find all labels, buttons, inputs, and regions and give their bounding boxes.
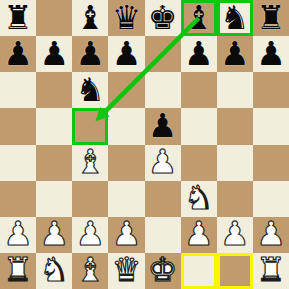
square-h2[interactable]: ♟ <box>253 217 289 253</box>
square-h6[interactable] <box>253 72 289 108</box>
square-g6[interactable] <box>217 72 253 108</box>
black-knight-piece[interactable]: ♞ <box>217 0 253 36</box>
square-f8[interactable]: ♝ <box>181 0 217 36</box>
white-bishop-piece[interactable]: ♝ <box>72 253 108 289</box>
square-g4[interactable] <box>217 145 253 181</box>
white-knight-piece[interactable]: ♞ <box>181 181 217 217</box>
square-h4[interactable] <box>253 145 289 181</box>
square-a1[interactable]: ♜ <box>0 253 36 289</box>
black-knight-piece[interactable]: ♞ <box>72 72 108 108</box>
black-pawn-piece[interactable]: ♟ <box>36 36 72 72</box>
black-pawn-piece[interactable]: ♟ <box>145 108 181 144</box>
square-f4[interactable] <box>181 145 217 181</box>
black-pawn-piece[interactable]: ♟ <box>72 36 108 72</box>
square-c1[interactable]: ♝ <box>72 253 108 289</box>
white-bishop-piece[interactable]: ♝ <box>72 145 108 181</box>
board-squares: ♜♝♛♚♝♞♜♟♟♟♟♟♟♟♞♟♝♟♞♟♟♟♟♟♟♟♜♞♝♛♚♜ <box>0 0 289 289</box>
square-d6[interactable] <box>108 72 144 108</box>
square-g5[interactable] <box>217 108 253 144</box>
black-queen-piece[interactable]: ♛ <box>108 0 144 36</box>
square-b3[interactable] <box>36 181 72 217</box>
black-bishop-piece[interactable]: ♝ <box>72 0 108 36</box>
chess-board: ♜♝♛♚♝♞♜♟♟♟♟♟♟♟♞♟♝♟♞♟♟♟♟♟♟♟♜♞♝♛♚♜ <box>0 0 289 289</box>
square-d2[interactable]: ♟ <box>108 217 144 253</box>
square-f5[interactable] <box>181 108 217 144</box>
square-a7[interactable]: ♟ <box>0 36 36 72</box>
square-e3[interactable] <box>145 181 181 217</box>
square-c7[interactable]: ♟ <box>72 36 108 72</box>
square-b7[interactable]: ♟ <box>36 36 72 72</box>
square-e1[interactable]: ♚ <box>145 253 181 289</box>
square-d1[interactable]: ♛ <box>108 253 144 289</box>
square-g8[interactable]: ♞ <box>217 0 253 36</box>
square-a6[interactable] <box>0 72 36 108</box>
square-a8[interactable]: ♜ <box>0 0 36 36</box>
black-king-piece[interactable]: ♚ <box>145 0 181 36</box>
square-a5[interactable] <box>0 108 36 144</box>
square-a3[interactable] <box>0 181 36 217</box>
white-pawn-piece[interactable]: ♟ <box>217 217 253 253</box>
square-b6[interactable] <box>36 72 72 108</box>
square-f2[interactable]: ♟ <box>181 217 217 253</box>
white-king-piece[interactable]: ♚ <box>145 253 181 289</box>
square-d8[interactable]: ♛ <box>108 0 144 36</box>
square-h7[interactable]: ♟ <box>253 36 289 72</box>
square-c6[interactable]: ♞ <box>72 72 108 108</box>
square-b4[interactable] <box>36 145 72 181</box>
square-d3[interactable] <box>108 181 144 217</box>
white-pawn-piece[interactable]: ♟ <box>0 217 36 253</box>
white-pawn-piece[interactable]: ♟ <box>145 145 181 181</box>
white-pawn-piece[interactable]: ♟ <box>108 217 144 253</box>
square-d5[interactable] <box>108 108 144 144</box>
square-e8[interactable]: ♚ <box>145 0 181 36</box>
square-b2[interactable]: ♟ <box>36 217 72 253</box>
white-pawn-piece[interactable]: ♟ <box>72 217 108 253</box>
square-f6[interactable] <box>181 72 217 108</box>
square-d4[interactable] <box>108 145 144 181</box>
square-a2[interactable]: ♟ <box>0 217 36 253</box>
white-rook-piece[interactable]: ♜ <box>253 253 289 289</box>
black-rook-piece[interactable]: ♜ <box>253 0 289 36</box>
white-queen-piece[interactable]: ♛ <box>108 253 144 289</box>
black-pawn-piece[interactable]: ♟ <box>181 36 217 72</box>
black-pawn-piece[interactable]: ♟ <box>253 36 289 72</box>
square-g3[interactable] <box>217 181 253 217</box>
square-e7[interactable] <box>145 36 181 72</box>
square-h5[interactable] <box>253 108 289 144</box>
white-pawn-piece[interactable]: ♟ <box>253 217 289 253</box>
square-b8[interactable] <box>36 0 72 36</box>
black-rook-piece[interactable]: ♜ <box>0 0 36 36</box>
square-b1[interactable]: ♞ <box>36 253 72 289</box>
square-c8[interactable]: ♝ <box>72 0 108 36</box>
black-bishop-piece[interactable]: ♝ <box>181 0 217 36</box>
square-f3[interactable]: ♞ <box>181 181 217 217</box>
square-d7[interactable]: ♟ <box>108 36 144 72</box>
square-g7[interactable]: ♟ <box>217 36 253 72</box>
square-e5[interactable]: ♟ <box>145 108 181 144</box>
square-g2[interactable]: ♟ <box>217 217 253 253</box>
white-rook-piece[interactable]: ♜ <box>0 253 36 289</box>
square-f1[interactable] <box>181 253 217 289</box>
white-knight-piece[interactable]: ♞ <box>36 253 72 289</box>
square-h1[interactable]: ♜ <box>253 253 289 289</box>
square-c2[interactable]: ♟ <box>72 217 108 253</box>
square-b5[interactable] <box>36 108 72 144</box>
square-a4[interactable] <box>0 145 36 181</box>
black-pawn-piece[interactable]: ♟ <box>0 36 36 72</box>
white-pawn-piece[interactable]: ♟ <box>181 217 217 253</box>
white-pawn-piece[interactable]: ♟ <box>36 217 72 253</box>
square-e2[interactable] <box>145 217 181 253</box>
black-pawn-piece[interactable]: ♟ <box>108 36 144 72</box>
square-g1[interactable] <box>217 253 253 289</box>
square-e6[interactable] <box>145 72 181 108</box>
black-pawn-piece[interactable]: ♟ <box>217 36 253 72</box>
square-h3[interactable] <box>253 181 289 217</box>
square-c5[interactable] <box>72 108 108 144</box>
square-f7[interactable]: ♟ <box>181 36 217 72</box>
square-h8[interactable]: ♜ <box>253 0 289 36</box>
square-c4[interactable]: ♝ <box>72 145 108 181</box>
square-e4[interactable]: ♟ <box>145 145 181 181</box>
square-c3[interactable] <box>72 181 108 217</box>
